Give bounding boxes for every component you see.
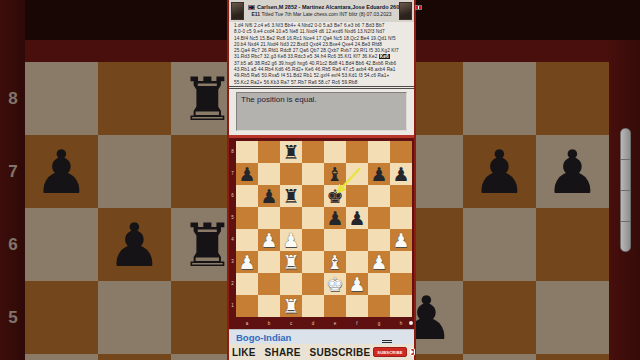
square-h2 (390, 273, 412, 295)
square-a6 (236, 185, 258, 207)
evaluation-text: The position is equal. (241, 95, 402, 104)
file-label-f: f (346, 321, 368, 326)
square-g5 (368, 207, 390, 229)
file-label-e: e (324, 321, 346, 326)
game-header: Carlsen,M 2852 - Martinez Alcantara,Jose… (229, 0, 414, 22)
white-player-photo (231, 2, 244, 20)
square-a8 (236, 141, 258, 163)
square-d8 (302, 141, 324, 163)
square-d6 (302, 185, 324, 207)
piece-black-pawn-f5: ♟ (346, 207, 368, 229)
like-button[interactable]: LIKE (232, 346, 256, 358)
square-h1 (390, 295, 412, 317)
piece-white-pawn-c4: ♟ (280, 229, 302, 251)
square-h6 (390, 185, 412, 207)
square-f4 (346, 229, 368, 251)
square-e2: ♚ (324, 273, 346, 295)
square-c1: ♜ (280, 295, 302, 317)
rank-label-7: 7 (229, 171, 236, 176)
square-g8 (368, 141, 390, 163)
piece-black-rook-c6: ♜ (280, 185, 302, 207)
piece-black-pawn-e5: ♟ (324, 207, 346, 229)
corner-dot (409, 321, 413, 325)
square-b8 (258, 141, 280, 163)
piece-white-pawn-a3: ♟ (236, 251, 258, 273)
square-c2 (280, 273, 302, 295)
square-e5: ♟ (324, 207, 346, 229)
piece-white-bishop-e3: ♝ (324, 251, 346, 273)
square-a2 (236, 273, 258, 295)
square-d3 (302, 251, 324, 273)
piece-white-pawn-g3: ♟ (368, 251, 390, 273)
move-list: 1.d4 Nf6 2.c4 e6 3.Nf3 Bb4+ 4.Nbd2 0-0 5… (229, 22, 414, 86)
piece-white-pawn-f2: ♟ (346, 273, 368, 295)
piece-white-rook-c1: ♜ (280, 295, 302, 317)
file-label-a: a (236, 321, 258, 326)
rank-label-4: 4 (229, 237, 236, 242)
square-h3 (390, 251, 412, 273)
file-label-c: c (280, 321, 302, 326)
file-label-g: g (368, 321, 390, 326)
piece-black-king-e6: ♚ (324, 185, 346, 207)
square-f7 (346, 163, 368, 185)
board-frame: ♜♟♝♟♟♟♜♚♟♟♟♟♟♟♜♝♟♚♟♜ 87654321 abcdefgh (229, 138, 414, 329)
square-e3: ♝ (324, 251, 346, 273)
subscribe-pill-button[interactable]: SUBSCRIBE (373, 347, 406, 357)
square-f1 (346, 295, 368, 317)
subscribe-label[interactable]: SUBSCRIBE (310, 346, 371, 358)
square-g2 (368, 273, 390, 295)
square-c3: ♜ (280, 251, 302, 273)
square-d5 (302, 207, 324, 229)
piece-white-pawn-h4: ♟ (390, 229, 412, 251)
norway-flag-icon (248, 5, 255, 10)
square-c6: ♜ (280, 185, 302, 207)
square-h5 (390, 207, 412, 229)
square-g7: ♟ (368, 163, 390, 185)
rank-label-5: 5 (229, 215, 236, 220)
file-label-b: b (258, 321, 280, 326)
square-b4: ♟ (258, 229, 280, 251)
event-line: E11 Titled Tue 7th Mar Late chess.com IN… (229, 11, 414, 18)
rank-label-3: 3 (229, 259, 236, 264)
square-d4 (302, 229, 324, 251)
evaluation-box: The position is equal. (236, 92, 407, 131)
piece-white-rook-c3: ♜ (280, 251, 302, 273)
square-e7: ♝ (324, 163, 346, 185)
square-d1 (302, 295, 324, 317)
square-f3 (346, 251, 368, 273)
square-e1 (324, 295, 346, 317)
square-b5 (258, 207, 280, 229)
piece-black-rook-c8: ♜ (280, 141, 302, 163)
square-f8 (346, 141, 368, 163)
square-h7: ♟ (390, 163, 412, 185)
rank-label-2: 2 (229, 281, 236, 286)
square-e8 (324, 141, 346, 163)
piece-white-king-e2: ♚ (324, 273, 346, 295)
square-e4 (324, 229, 346, 251)
square-c5 (280, 207, 302, 229)
square-a5 (236, 207, 258, 229)
square-b1 (258, 295, 280, 317)
square-d2 (302, 273, 324, 295)
rank-label-8: 8 (229, 149, 236, 154)
rank-label-1: 1 (229, 303, 236, 308)
piece-black-pawn-h7: ♟ (390, 163, 412, 185)
file-label-d: d (302, 321, 324, 326)
peru-flag-icon (415, 5, 422, 10)
piece-black-pawn-b6: ♟ (258, 185, 280, 207)
square-e6: ♚ (324, 185, 346, 207)
square-f6 (346, 185, 368, 207)
opening-name: Bogo-Indian (236, 332, 291, 343)
rank-label-6: 6 (229, 193, 236, 198)
piece-black-pawn-g7: ♟ (368, 163, 390, 185)
event-details: Titled Tue 7th Mar Late chess.com INT bl… (261, 11, 391, 17)
square-g1 (368, 295, 390, 317)
square-a4 (236, 229, 258, 251)
square-d7 (302, 163, 324, 185)
square-b3 (258, 251, 280, 273)
youtube-icon[interactable] (410, 348, 415, 356)
square-b7 (258, 163, 280, 185)
square-a1 (236, 295, 258, 317)
square-g3: ♟ (368, 251, 390, 273)
chess-board: ♜♟♝♟♟♟♜♚♟♟♟♟♟♟♜♝♟♚♟♜ (236, 141, 410, 317)
square-g4 (368, 229, 390, 251)
action-bar: LIKE SHARE SUBSCRIBE SUBSCRIBE (229, 344, 414, 360)
menu-dashes-icon (382, 340, 392, 343)
current-move: Ke6 (379, 54, 390, 59)
square-a3: ♟ (236, 251, 258, 273)
players-names: Carlsen,M 2852 - Martinez Alcantara,Jose… (257, 4, 402, 10)
square-c4: ♟ (280, 229, 302, 251)
piece-black-bishop-e7: ♝ (324, 163, 346, 185)
scrollbar[interactable] (620, 128, 631, 252)
square-b2 (258, 273, 280, 295)
share-button[interactable]: SHARE (265, 346, 301, 358)
evaluation-area: The position is equal. (229, 89, 414, 135)
square-b6: ♟ (258, 185, 280, 207)
square-a7: ♟ (236, 163, 258, 185)
piece-black-pawn-a7: ♟ (236, 163, 258, 185)
game-panel: Carlsen,M 2852 - Martinez Alcantara,Jose… (227, 0, 416, 360)
square-h4: ♟ (390, 229, 412, 251)
square-c8: ♜ (280, 141, 302, 163)
square-g6 (368, 185, 390, 207)
square-f5: ♟ (346, 207, 368, 229)
square-f2: ♟ (346, 273, 368, 295)
players-line: Carlsen,M 2852 - Martinez Alcantara,Jose… (229, 4, 414, 11)
eco-code: E11 (251, 11, 260, 17)
square-c7 (280, 163, 302, 185)
square-h8 (390, 141, 412, 163)
piece-white-pawn-b4: ♟ (258, 229, 280, 251)
black-player-photo (399, 2, 412, 20)
